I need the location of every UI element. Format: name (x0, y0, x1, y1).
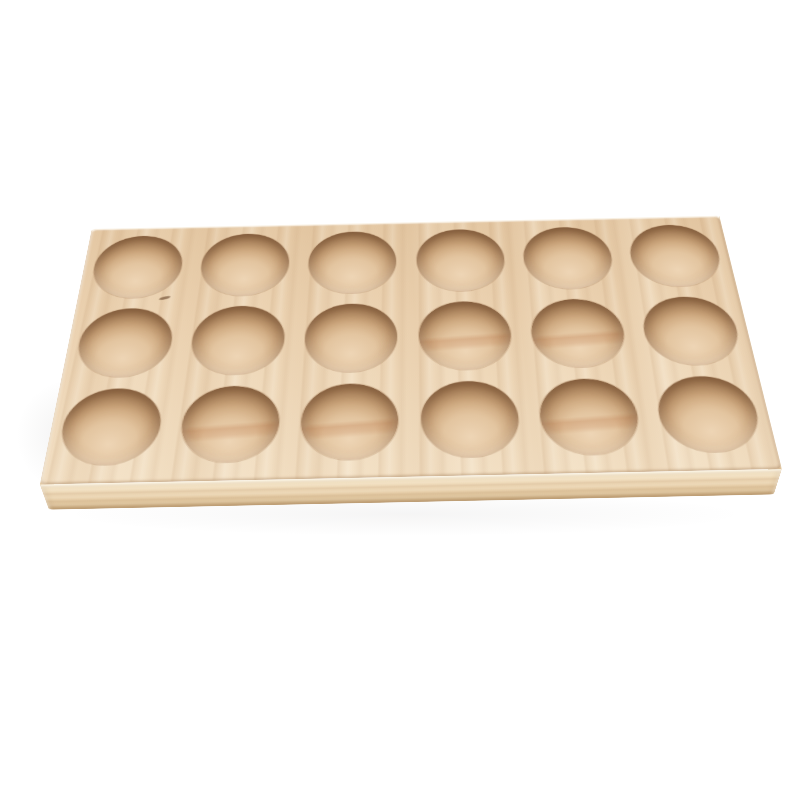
pit-r2c1[interactable] (72, 308, 175, 378)
pit-r2c4[interactable] (418, 301, 514, 371)
pit-cell-r1c1 (77, 231, 196, 305)
pit-r3c5[interactable] (536, 378, 643, 456)
pit-cell-r2c4 (407, 295, 525, 376)
board-top-face (40, 216, 782, 485)
mancala-board (40, 216, 782, 485)
photo-stage (0, 0, 800, 800)
pit-r2c3[interactable] (304, 303, 398, 373)
perspective-scene (65, 162, 752, 516)
pit-cell-r3c4 (409, 374, 534, 464)
pit-r3c1[interactable] (55, 387, 165, 465)
pit-grid (42, 220, 778, 473)
pit-cell-r3c6 (641, 369, 779, 459)
pit-r2c5[interactable] (528, 298, 629, 368)
pit-r2c6[interactable] (639, 296, 745, 366)
pit-cell-r3c2 (165, 379, 292, 470)
pit-cell-r2c2 (177, 300, 297, 382)
pit-r3c6[interactable] (653, 375, 766, 453)
pit-cell-r2c5 (517, 293, 641, 374)
pit-r3c3[interactable] (300, 383, 399, 461)
pit-cell-r3c3 (288, 377, 411, 468)
pit-r1c2[interactable] (198, 233, 291, 296)
pit-r3c2[interactable] (177, 385, 281, 463)
pit-cell-r1c4 (406, 224, 518, 298)
pit-cell-r1c2 (187, 228, 301, 302)
pit-r1c3[interactable] (308, 231, 397, 294)
pit-cell-r2c6 (628, 291, 758, 372)
pit-cell-r1c6 (615, 220, 737, 293)
pit-cell-r1c3 (297, 226, 407, 300)
pit-cell-r3c5 (525, 372, 656, 462)
pit-cell-r2c1 (60, 302, 186, 384)
pit-cell-r1c5 (510, 222, 627, 295)
pit-cell-r2c3 (293, 298, 409, 379)
board-tilt-wrapper (0, 0, 800, 800)
pit-r1c6[interactable] (626, 225, 726, 288)
pit-cell-r3c1 (42, 381, 176, 472)
pit-r3c4[interactable] (420, 380, 521, 458)
pit-r1c5[interactable] (521, 227, 616, 290)
pit-r1c4[interactable] (416, 229, 507, 292)
pit-r2c2[interactable] (188, 305, 286, 375)
pit-r1c1[interactable] (88, 236, 186, 300)
